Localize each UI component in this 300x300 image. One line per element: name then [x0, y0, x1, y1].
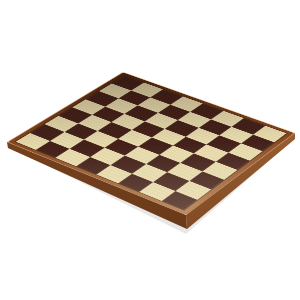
board-grid: [16, 76, 287, 210]
product-photo: [0, 0, 300, 300]
chess-board: [7, 72, 295, 215]
